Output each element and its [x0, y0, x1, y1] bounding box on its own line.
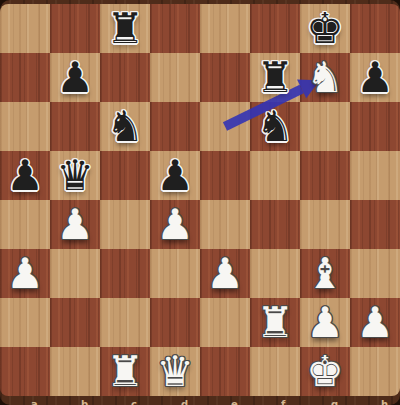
- square-d6[interactable]: [150, 102, 200, 151]
- square-b6[interactable]: [50, 102, 100, 151]
- black-king-g8[interactable]: ♚: [300, 4, 350, 53]
- square-h3[interactable]: [350, 249, 400, 298]
- square-c3[interactable]: [100, 249, 150, 298]
- black-pawn-h7[interactable]: ♟: [350, 53, 400, 102]
- square-f5[interactable]: [250, 151, 300, 200]
- square-b8[interactable]: [50, 4, 100, 53]
- white-knight-g7[interactable]: ♞: [300, 53, 350, 102]
- square-e7[interactable]: [200, 53, 250, 102]
- square-g6[interactable]: [300, 102, 350, 151]
- square-c2[interactable]: [100, 298, 150, 347]
- white-queen-d1[interactable]: ♛: [150, 347, 200, 396]
- white-bishop-g3[interactable]: ♝: [300, 249, 350, 298]
- file-label-c: c: [131, 399, 137, 405]
- square-h6[interactable]: [350, 102, 400, 151]
- black-knight-c6[interactable]: ♞: [100, 102, 150, 151]
- square-h4[interactable]: [350, 200, 400, 249]
- black-rook-c8[interactable]: ♜: [100, 4, 150, 53]
- square-g5[interactable]: [300, 151, 350, 200]
- square-a1[interactable]: [0, 347, 50, 396]
- square-b2[interactable]: [50, 298, 100, 347]
- square-d8[interactable]: [150, 4, 200, 53]
- black-rook-f7[interactable]: ♜: [250, 53, 300, 102]
- white-pawn-e3[interactable]: ♟: [200, 249, 250, 298]
- square-f8[interactable]: [250, 4, 300, 53]
- file-label-d: d: [181, 399, 188, 405]
- white-pawn-g2[interactable]: ♟: [300, 298, 350, 347]
- square-b1[interactable]: [50, 347, 100, 396]
- square-c4[interactable]: [100, 200, 150, 249]
- square-e4[interactable]: [200, 200, 250, 249]
- square-e8[interactable]: [200, 4, 250, 53]
- square-f4[interactable]: [250, 200, 300, 249]
- square-c7[interactable]: [100, 53, 150, 102]
- square-d7[interactable]: [150, 53, 200, 102]
- square-c5[interactable]: [100, 151, 150, 200]
- square-h8[interactable]: [350, 4, 400, 53]
- square-f3[interactable]: [250, 249, 300, 298]
- square-h5[interactable]: [350, 151, 400, 200]
- chess-board-frame: ♜♚♟♜♞♟♞♞♟♛♟♟♟♟♟♝♜♟♟♜♛♚ abcdefgh: [0, 0, 400, 405]
- square-a6[interactable]: [0, 102, 50, 151]
- square-a4[interactable]: [0, 200, 50, 249]
- white-pawn-d4[interactable]: ♟: [150, 200, 200, 249]
- file-label-h: h: [381, 399, 388, 405]
- white-pawn-a3[interactable]: ♟: [0, 249, 50, 298]
- square-e1[interactable]: [200, 347, 250, 396]
- square-f1[interactable]: [250, 347, 300, 396]
- square-g4[interactable]: [300, 200, 350, 249]
- square-a2[interactable]: [0, 298, 50, 347]
- square-d3[interactable]: [150, 249, 200, 298]
- file-label-e: e: [231, 399, 238, 405]
- white-pawn-b4[interactable]: ♟: [50, 200, 100, 249]
- square-a8[interactable]: [0, 4, 50, 53]
- square-a7[interactable]: [0, 53, 50, 102]
- white-rook-f2[interactable]: ♜: [250, 298, 300, 347]
- black-queen-b5[interactable]: ♛: [50, 151, 100, 200]
- black-pawn-d5[interactable]: ♟: [150, 151, 200, 200]
- black-pawn-b7[interactable]: ♟: [50, 53, 100, 102]
- white-king-g1[interactable]: ♚: [300, 347, 350, 396]
- square-b3[interactable]: [50, 249, 100, 298]
- black-pawn-a5[interactable]: ♟: [0, 151, 50, 200]
- square-h1[interactable]: [350, 347, 400, 396]
- black-knight-f6[interactable]: ♞: [250, 102, 300, 151]
- file-label-a: a: [31, 399, 38, 405]
- square-e2[interactable]: [200, 298, 250, 347]
- white-pawn-h2[interactable]: ♟: [350, 298, 400, 347]
- square-e5[interactable]: [200, 151, 250, 200]
- square-e6[interactable]: [200, 102, 250, 151]
- file-label-f: f: [281, 399, 285, 405]
- file-label-b: b: [81, 399, 88, 405]
- file-label-g: g: [331, 399, 338, 405]
- white-rook-c1[interactable]: ♜: [100, 347, 150, 396]
- square-d2[interactable]: [150, 298, 200, 347]
